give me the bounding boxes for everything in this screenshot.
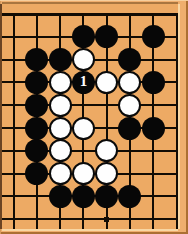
white-stone[interactable] xyxy=(72,117,95,140)
board-frame: 1 xyxy=(0,0,188,234)
black-stone[interactable] xyxy=(25,94,48,117)
black-stone[interactable] xyxy=(72,185,95,208)
grid-line-vertical xyxy=(13,13,15,230)
black-stone[interactable] xyxy=(142,117,165,140)
black-stone[interactable] xyxy=(49,48,72,71)
go-board[interactable]: 1 xyxy=(2,4,178,229)
star-point xyxy=(104,217,109,222)
black-stone[interactable] xyxy=(118,185,141,208)
white-stone[interactable] xyxy=(49,94,72,117)
black-stone[interactable] xyxy=(142,25,165,48)
white-stone[interactable] xyxy=(72,162,95,185)
black-stone[interactable] xyxy=(118,48,141,71)
black-stone[interactable] xyxy=(95,25,118,48)
white-stone[interactable] xyxy=(49,117,72,140)
white-stone[interactable] xyxy=(72,48,95,71)
move-number-label: 1 xyxy=(80,74,88,89)
black-stone[interactable] xyxy=(49,185,72,208)
black-stone[interactable] xyxy=(118,117,141,140)
white-stone[interactable] xyxy=(95,139,118,162)
black-stone[interactable] xyxy=(25,162,48,185)
white-stone[interactable] xyxy=(49,71,72,94)
black-stone[interactable]: 1 xyxy=(72,71,95,94)
black-stone[interactable] xyxy=(25,71,48,94)
white-stone[interactable] xyxy=(49,162,72,185)
white-stone[interactable] xyxy=(95,162,118,185)
grid-line-vertical xyxy=(176,13,178,230)
white-stone[interactable] xyxy=(49,139,72,162)
white-stone[interactable] xyxy=(118,71,141,94)
black-stone[interactable] xyxy=(95,185,118,208)
black-stone[interactable] xyxy=(25,117,48,140)
white-stone[interactable] xyxy=(118,94,141,117)
black-stone[interactable] xyxy=(72,25,95,48)
black-stone[interactable] xyxy=(25,48,48,71)
white-stone[interactable] xyxy=(95,71,118,94)
black-stone[interactable] xyxy=(25,139,48,162)
black-stone[interactable] xyxy=(142,71,165,94)
